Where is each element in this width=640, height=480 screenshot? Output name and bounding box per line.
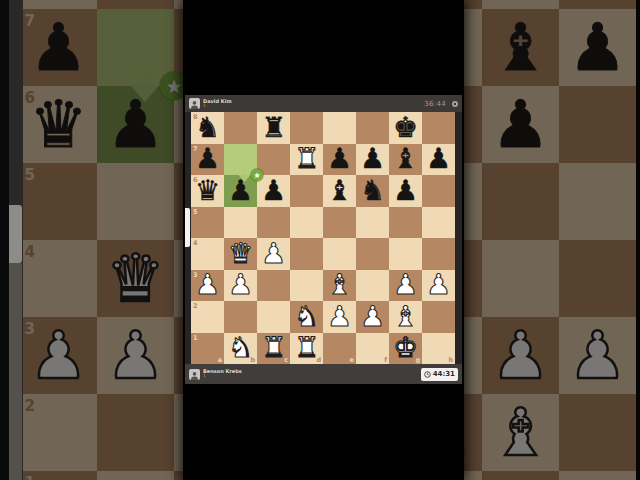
- file-label-e: e: [350, 356, 354, 364]
- square-d1[interactable]: d♜: [290, 333, 323, 365]
- bottom-player-subtitle: 1: [203, 374, 418, 379]
- square-d5[interactable]: [290, 207, 323, 239]
- square-e8[interactable]: [323, 112, 356, 144]
- square-c3[interactable]: [257, 270, 290, 302]
- black-bishop-piece[interactable]: ♝: [389, 144, 422, 176]
- square-a5[interactable]: 5: [191, 207, 224, 239]
- white-pawn-piece[interactable]: ♟: [422, 270, 455, 302]
- square-g7[interactable]: ♝: [389, 144, 422, 176]
- black-pawn-piece[interactable]: ♟: [224, 175, 257, 207]
- square-h7[interactable]: ♟: [422, 144, 455, 176]
- square-g6[interactable]: ♟: [389, 175, 422, 207]
- square-a3[interactable]: 3♟: [191, 270, 224, 302]
- square-f6[interactable]: ♞: [356, 175, 389, 207]
- white-pawn-piece[interactable]: ♟: [356, 301, 389, 333]
- square-c4[interactable]: ♟: [257, 238, 290, 270]
- chess-app-window: David Kim 1 36:44 8♞♜♚7♟♜♟♟♝♟6♛♟★♟♝♞♟54♛…: [183, 0, 464, 480]
- square-g2[interactable]: ♝: [389, 301, 422, 333]
- square-f4[interactable]: [356, 238, 389, 270]
- bottom-player-clock-box: 44:31: [421, 368, 458, 381]
- bottom-player-clock: 44:31: [433, 370, 455, 378]
- bottom-player-avatar[interactable]: [189, 369, 200, 380]
- square-g5[interactable]: [389, 207, 422, 239]
- bottom-player-bar: Benson Krebs 1 44:31: [185, 364, 462, 384]
- square-a1[interactable]: 1a: [191, 333, 224, 365]
- clock-icon: [424, 371, 431, 378]
- black-bishop-piece[interactable]: ♝: [323, 175, 356, 207]
- rank-label-1: 1: [193, 334, 198, 342]
- square-c8[interactable]: ♜: [257, 112, 290, 144]
- square-h4[interactable]: [422, 238, 455, 270]
- square-b8[interactable]: [224, 112, 257, 144]
- rank-label-3: 3: [193, 271, 198, 279]
- square-g3[interactable]: ♟: [389, 270, 422, 302]
- square-e5[interactable]: [323, 207, 356, 239]
- square-h5[interactable]: [422, 207, 455, 239]
- white-pawn-piece[interactable]: ♟: [323, 301, 356, 333]
- square-f5[interactable]: [356, 207, 389, 239]
- square-f8[interactable]: [356, 112, 389, 144]
- square-d2[interactable]: ♞: [290, 301, 323, 333]
- square-g8[interactable]: ♚: [389, 112, 422, 144]
- rank-label-5: 5: [193, 208, 198, 216]
- square-b2[interactable]: [224, 301, 257, 333]
- square-b4[interactable]: ♛: [224, 238, 257, 270]
- top-player-bar: David Kim 1 36:44: [185, 95, 462, 112]
- rank-label-8: 8: [193, 113, 198, 121]
- square-h8[interactable]: [422, 112, 455, 144]
- square-c5[interactable]: [257, 207, 290, 239]
- white-pawn-piece[interactable]: ♟: [257, 238, 290, 270]
- left-gray-strip: [9, 0, 23, 480]
- side-panel-handle[interactable]: [185, 208, 190, 247]
- square-f1[interactable]: f: [356, 333, 389, 365]
- white-pawn-piece[interactable]: ♟: [224, 270, 257, 302]
- square-d8[interactable]: [290, 112, 323, 144]
- square-d7[interactable]: ♜: [290, 144, 323, 176]
- square-b1[interactable]: b♞: [224, 333, 257, 365]
- square-a8[interactable]: 8♞: [191, 112, 224, 144]
- rank-label-2: 2: [193, 302, 198, 310]
- black-pawn-piece[interactable]: ♟: [257, 175, 290, 207]
- white-rook-piece[interactable]: ♜: [290, 144, 323, 176]
- square-e7[interactable]: ♟: [323, 144, 356, 176]
- rank-label-4: 4: [193, 239, 198, 247]
- person-icon: [190, 100, 199, 109]
- top-player-clock: 36:44: [424, 100, 446, 108]
- file-label-h: h: [448, 356, 453, 364]
- background-side-tab: [9, 205, 22, 263]
- white-bishop-piece[interactable]: ♝: [389, 301, 422, 333]
- square-e3[interactable]: ♝: [323, 270, 356, 302]
- square-f7[interactable]: ♟: [356, 144, 389, 176]
- video-frame: 8♞♜♚7♟♜♟♟♝♟6♛♟★♟♝♞♟54♛♟3♟♟♝♟♟2♞♟♟♝1ab♞c♜…: [0, 0, 640, 480]
- file-label-a: a: [218, 356, 222, 364]
- black-knight-piece[interactable]: ♞: [356, 175, 389, 207]
- white-pawn-piece[interactable]: ♟: [389, 270, 422, 302]
- square-h6[interactable]: [422, 175, 455, 207]
- background-side-lower: [9, 263, 22, 480]
- square-f2[interactable]: ♟: [356, 301, 389, 333]
- square-c6[interactable]: ♟: [257, 175, 290, 207]
- file-label-g: g: [415, 356, 420, 364]
- square-c7[interactable]: [257, 144, 290, 176]
- file-label-f: f: [384, 356, 387, 364]
- square-d3[interactable]: [290, 270, 323, 302]
- black-rook-piece[interactable]: ♜: [257, 112, 290, 144]
- white-bishop-piece[interactable]: ♝: [323, 270, 356, 302]
- square-a2[interactable]: 2: [191, 301, 224, 333]
- black-pawn-piece[interactable]: ♟: [323, 144, 356, 176]
- white-knight-piece[interactable]: ♞: [290, 301, 323, 333]
- square-g4[interactable]: [389, 238, 422, 270]
- file-label-b: b: [250, 356, 255, 364]
- rank-label-6: 6: [193, 176, 198, 184]
- square-h3[interactable]: ♟: [422, 270, 455, 302]
- square-b5[interactable]: [224, 207, 257, 239]
- square-e6[interactable]: ♝: [323, 175, 356, 207]
- white-queen-piece[interactable]: ♛: [224, 238, 257, 270]
- square-g1[interactable]: g♚: [389, 333, 422, 365]
- square-f3[interactable]: [356, 270, 389, 302]
- black-pawn-piece[interactable]: ♟: [389, 175, 422, 207]
- chess-board[interactable]: 8♞♜♚7♟♜♟♟♝♟6♛♟★♟♝♞♟54♛♟3♟♟♝♟♟2♞♟♟♝1ab♞c♜…: [191, 112, 455, 364]
- square-b6[interactable]: ♟★: [224, 175, 257, 207]
- left-black-strip: [0, 0, 9, 480]
- square-b3[interactable]: ♟: [224, 270, 257, 302]
- square-c1[interactable]: c♜: [257, 333, 290, 365]
- square-a7[interactable]: 7♟: [191, 144, 224, 176]
- black-king-piece[interactable]: ♚: [389, 112, 422, 144]
- settings-gear-icon[interactable]: [452, 101, 458, 107]
- square-a4[interactable]: 4: [191, 238, 224, 270]
- top-player-subtitle: 1: [203, 104, 421, 109]
- square-a6[interactable]: 6♛: [191, 175, 224, 207]
- person-icon: [190, 371, 199, 380]
- square-e2[interactable]: ♟: [323, 301, 356, 333]
- rank-label-7: 7: [193, 145, 198, 153]
- file-label-d: d: [316, 356, 321, 364]
- black-pawn-piece[interactable]: ♟: [356, 144, 389, 176]
- square-h2[interactable]: [422, 301, 455, 333]
- black-pawn-piece[interactable]: ♟: [422, 144, 455, 176]
- square-d6[interactable]: [290, 175, 323, 207]
- file-label-c: c: [284, 356, 288, 364]
- square-e1[interactable]: e: [323, 333, 356, 365]
- square-h1[interactable]: h: [422, 333, 455, 365]
- square-e4[interactable]: [323, 238, 356, 270]
- top-player-avatar[interactable]: [189, 98, 200, 109]
- star-move-badge: ★: [251, 169, 263, 181]
- square-d4[interactable]: [290, 238, 323, 270]
- square-c2[interactable]: [257, 301, 290, 333]
